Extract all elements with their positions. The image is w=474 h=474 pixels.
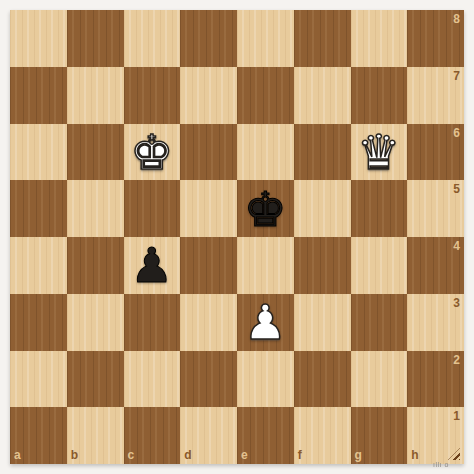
- square-c3[interactable]: [124, 294, 181, 351]
- square-a4[interactable]: [10, 237, 67, 294]
- file-label-b: b: [71, 449, 78, 461]
- square-e8[interactable]: [237, 10, 294, 67]
- chess-diagram-page: 87♚♛6♚5♟4♟32abcdefg1h ıllı o: [0, 0, 474, 474]
- corner-artifact-text: ıllı o: [433, 461, 449, 469]
- square-c1[interactable]: c: [124, 407, 181, 464]
- chess-board: 87♚♛6♚5♟4♟32abcdefg1h: [10, 10, 464, 464]
- square-e7[interactable]: [237, 67, 294, 124]
- square-e2[interactable]: [237, 351, 294, 408]
- square-h8[interactable]: 8: [407, 10, 464, 67]
- square-c6[interactable]: ♚: [124, 124, 181, 181]
- square-h2[interactable]: 2: [407, 351, 464, 408]
- file-label-g: g: [355, 449, 362, 461]
- file-label-h: h: [411, 449, 418, 461]
- square-h6[interactable]: 6: [407, 124, 464, 181]
- square-f1[interactable]: f: [294, 407, 351, 464]
- square-e3[interactable]: ♟: [237, 294, 294, 351]
- file-label-e: e: [241, 449, 248, 461]
- square-g6[interactable]: ♛: [351, 124, 408, 181]
- square-d7[interactable]: [180, 67, 237, 124]
- piece-white-pawn[interactable]: ♟: [244, 294, 287, 350]
- square-c4[interactable]: ♟: [124, 237, 181, 294]
- rank-label-5: 5: [453, 183, 460, 195]
- rank-label-8: 8: [453, 13, 460, 25]
- square-f7[interactable]: [294, 67, 351, 124]
- square-d8[interactable]: [180, 10, 237, 67]
- square-g3[interactable]: [351, 294, 408, 351]
- rank-label-2: 2: [453, 354, 460, 366]
- square-h7[interactable]: 7: [407, 67, 464, 124]
- square-a1[interactable]: a: [10, 407, 67, 464]
- square-a2[interactable]: [10, 351, 67, 408]
- square-e5[interactable]: ♚: [237, 180, 294, 237]
- square-g5[interactable]: [351, 180, 408, 237]
- square-c7[interactable]: [124, 67, 181, 124]
- square-e6[interactable]: [237, 124, 294, 181]
- square-d5[interactable]: [180, 180, 237, 237]
- square-f3[interactable]: [294, 294, 351, 351]
- square-b4[interactable]: [67, 237, 124, 294]
- square-a8[interactable]: [10, 10, 67, 67]
- square-h3[interactable]: 3: [407, 294, 464, 351]
- piece-black-king[interactable]: ♚: [244, 181, 287, 237]
- square-f8[interactable]: [294, 10, 351, 67]
- square-b1[interactable]: b: [67, 407, 124, 464]
- square-g8[interactable]: [351, 10, 408, 67]
- square-d4[interactable]: [180, 237, 237, 294]
- square-d3[interactable]: [180, 294, 237, 351]
- square-c8[interactable]: [124, 10, 181, 67]
- piece-black-pawn[interactable]: ♟: [130, 237, 173, 293]
- square-f5[interactable]: [294, 180, 351, 237]
- square-b7[interactable]: [67, 67, 124, 124]
- square-a6[interactable]: [10, 124, 67, 181]
- square-b6[interactable]: [67, 124, 124, 181]
- piece-white-king[interactable]: ♚: [130, 124, 173, 180]
- file-label-f: f: [298, 449, 302, 461]
- square-b2[interactable]: [67, 351, 124, 408]
- square-d2[interactable]: [180, 351, 237, 408]
- square-d1[interactable]: d: [180, 407, 237, 464]
- file-label-c: c: [128, 449, 135, 461]
- piece-white-queen[interactable]: ♛: [357, 124, 400, 180]
- square-a7[interactable]: [10, 67, 67, 124]
- square-g7[interactable]: [351, 67, 408, 124]
- file-label-d: d: [184, 449, 191, 461]
- square-f4[interactable]: [294, 237, 351, 294]
- square-c2[interactable]: [124, 351, 181, 408]
- rank-label-7: 7: [453, 70, 460, 82]
- square-a3[interactable]: [10, 294, 67, 351]
- square-f6[interactable]: [294, 124, 351, 181]
- square-g2[interactable]: [351, 351, 408, 408]
- rank-label-3: 3: [453, 297, 460, 309]
- square-f2[interactable]: [294, 351, 351, 408]
- rank-label-4: 4: [453, 240, 460, 252]
- square-a5[interactable]: [10, 180, 67, 237]
- square-d6[interactable]: [180, 124, 237, 181]
- square-h4[interactable]: 4: [407, 237, 464, 294]
- square-e4[interactable]: [237, 237, 294, 294]
- file-label-a: a: [14, 449, 21, 461]
- square-h5[interactable]: 5: [407, 180, 464, 237]
- square-g1[interactable]: g: [351, 407, 408, 464]
- square-e1[interactable]: e: [237, 407, 294, 464]
- square-b5[interactable]: [67, 180, 124, 237]
- rank-label-1: 1: [453, 410, 460, 422]
- square-g4[interactable]: [351, 237, 408, 294]
- square-b8[interactable]: [67, 10, 124, 67]
- square-c5[interactable]: [124, 180, 181, 237]
- rank-label-6: 6: [453, 127, 460, 139]
- square-b3[interactable]: [67, 294, 124, 351]
